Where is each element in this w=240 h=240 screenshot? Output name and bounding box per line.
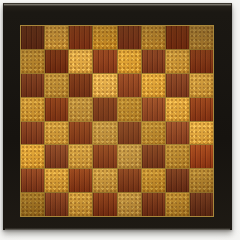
square-d3 (93, 145, 116, 168)
square-g3 (166, 145, 189, 168)
square-g5 (166, 98, 189, 121)
square-h4 (190, 122, 213, 145)
square-f2 (142, 169, 165, 192)
square-d7 (93, 50, 116, 73)
square-a1 (21, 193, 44, 216)
square-g7 (166, 50, 189, 73)
square-c1 (69, 193, 92, 216)
square-c5 (69, 98, 92, 121)
square-a5 (21, 98, 44, 121)
square-h3 (190, 145, 213, 168)
square-e1 (118, 193, 141, 216)
square-a3 (21, 145, 44, 168)
square-c3 (69, 145, 92, 168)
chessboard-frame (3, 3, 232, 230)
square-a7 (21, 50, 44, 73)
square-e7 (118, 50, 141, 73)
square-d5 (93, 98, 116, 121)
square-h1 (190, 193, 213, 216)
square-h2 (190, 169, 213, 192)
product-photo (0, 0, 240, 240)
square-f8 (142, 26, 165, 49)
square-b8 (45, 26, 68, 49)
square-d2 (93, 169, 116, 192)
square-c4 (69, 122, 92, 145)
square-c7 (69, 50, 92, 73)
square-f6 (142, 74, 165, 97)
square-b4 (45, 122, 68, 145)
square-h7 (190, 50, 213, 73)
square-e8 (118, 26, 141, 49)
square-b7 (45, 50, 68, 73)
square-g4 (166, 122, 189, 145)
square-b1 (45, 193, 68, 216)
square-g8 (166, 26, 189, 49)
square-f3 (142, 145, 165, 168)
square-f7 (142, 50, 165, 73)
square-a2 (21, 169, 44, 192)
square-b3 (45, 145, 68, 168)
square-a4 (21, 122, 44, 145)
square-d4 (93, 122, 116, 145)
square-e5 (118, 98, 141, 121)
square-f4 (142, 122, 165, 145)
square-h8 (190, 26, 213, 49)
square-f5 (142, 98, 165, 121)
square-c6 (69, 74, 92, 97)
square-b5 (45, 98, 68, 121)
square-e4 (118, 122, 141, 145)
square-f1 (142, 193, 165, 216)
square-b2 (45, 169, 68, 192)
square-g1 (166, 193, 189, 216)
square-h6 (190, 74, 213, 97)
square-h5 (190, 98, 213, 121)
square-c2 (69, 169, 92, 192)
square-g2 (166, 169, 189, 192)
square-d1 (93, 193, 116, 216)
square-c8 (69, 26, 92, 49)
square-d8 (93, 26, 116, 49)
square-e2 (118, 169, 141, 192)
square-d6 (93, 74, 116, 97)
board-grid (21, 26, 213, 216)
square-b6 (45, 74, 68, 97)
square-a6 (21, 74, 44, 97)
square-g6 (166, 74, 189, 97)
square-e3 (118, 145, 141, 168)
brass-fillet-border (20, 25, 214, 217)
square-e6 (118, 74, 141, 97)
square-a8 (21, 26, 44, 49)
